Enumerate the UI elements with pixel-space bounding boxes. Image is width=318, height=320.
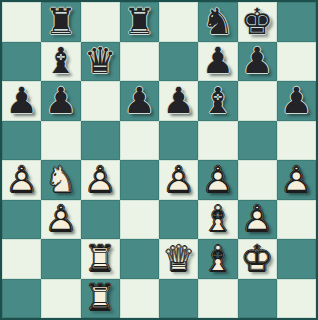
square-g5: [238, 121, 277, 161]
white-pawn: ♟♙: [238, 200, 277, 240]
square-h2: [277, 239, 316, 279]
square-g3: ♟♙: [238, 200, 277, 240]
square-h5: [277, 121, 316, 161]
square-b4: ♞♘: [41, 160, 80, 200]
square-c8: [81, 2, 120, 42]
square-h4: ♟♙: [277, 160, 316, 200]
square-h6: ♟: [277, 81, 316, 121]
square-f5: [198, 121, 237, 161]
black-pawn: ♟: [159, 81, 198, 121]
square-g2: ♚♔: [238, 239, 277, 279]
square-b8: ♜: [41, 2, 80, 42]
white-pawn: ♟♙: [81, 160, 120, 200]
white-bishop: ♝♗: [198, 200, 237, 240]
square-c2: ♜♖: [81, 239, 120, 279]
square-d1: [120, 279, 159, 319]
square-a3: [2, 200, 41, 240]
white-knight: ♞♘: [41, 160, 80, 200]
square-c4: ♟♙: [81, 160, 120, 200]
white-bishop: ♝♗: [198, 239, 237, 279]
square-f8: ♞: [198, 2, 237, 42]
square-b6: ♟: [41, 81, 80, 121]
square-h3: [277, 200, 316, 240]
square-b1: [41, 279, 80, 319]
black-rook: ♜: [120, 2, 159, 42]
square-g4: [238, 160, 277, 200]
black-pawn: ♟: [238, 42, 277, 82]
square-h8: [277, 2, 316, 42]
square-h7: [277, 42, 316, 82]
square-d3: [120, 200, 159, 240]
square-d6: ♟: [120, 81, 159, 121]
square-b7: ♝: [41, 42, 80, 82]
square-c5: [81, 121, 120, 161]
square-f4: ♟♙: [198, 160, 237, 200]
white-rook: ♜♖: [81, 279, 120, 319]
square-a7: [2, 42, 41, 82]
square-c7: ♛: [81, 42, 120, 82]
black-pawn: ♟: [41, 81, 80, 121]
square-e5: [159, 121, 198, 161]
white-pawn: ♟♙: [2, 160, 41, 200]
square-g7: ♟: [238, 42, 277, 82]
black-queen: ♛: [81, 42, 120, 82]
white-pawn: ♟♙: [198, 160, 237, 200]
square-f1: [198, 279, 237, 319]
square-f7: ♟: [198, 42, 237, 82]
square-c1: ♜♖: [81, 279, 120, 319]
square-e8: [159, 2, 198, 42]
black-knight: ♞: [198, 2, 237, 42]
square-e3: [159, 200, 198, 240]
square-f2: ♝♗: [198, 239, 237, 279]
square-a5: [2, 121, 41, 161]
black-bishop: ♝: [198, 81, 237, 121]
square-a1: [2, 279, 41, 319]
black-rook: ♜: [41, 2, 80, 42]
square-e6: ♟: [159, 81, 198, 121]
black-pawn: ♟: [198, 42, 237, 82]
square-a2: [2, 239, 41, 279]
square-b3: ♟♙: [41, 200, 80, 240]
square-a6: ♟: [2, 81, 41, 121]
white-king: ♚♔: [238, 239, 277, 279]
white-pawn: ♟♙: [277, 160, 316, 200]
black-pawn: ♟: [277, 81, 316, 121]
white-pawn: ♟♙: [159, 160, 198, 200]
square-d5: [120, 121, 159, 161]
square-g6: [238, 81, 277, 121]
square-b2: [41, 239, 80, 279]
square-d4: [120, 160, 159, 200]
square-e1: [159, 279, 198, 319]
square-c3: [81, 200, 120, 240]
square-d8: ♜: [120, 2, 159, 42]
white-queen: ♛♕: [159, 239, 198, 279]
square-g8: ♚: [238, 2, 277, 42]
square-e7: [159, 42, 198, 82]
black-pawn: ♟: [120, 81, 159, 121]
square-c6: [81, 81, 120, 121]
square-g1: [238, 279, 277, 319]
black-pawn: ♟: [2, 81, 41, 121]
square-d7: [120, 42, 159, 82]
chess-board-frame: ♜♜♞♚♝♛♟♟♟♟♟♟♝♟♟♙♞♘♟♙♟♙♟♙♟♙♟♙♝♗♟♙♜♖♛♕♝♗♚♔…: [0, 0, 318, 320]
square-d2: [120, 239, 159, 279]
square-b5: [41, 121, 80, 161]
square-e2: ♛♕: [159, 239, 198, 279]
black-bishop: ♝: [41, 42, 80, 82]
white-pawn: ♟♙: [41, 200, 80, 240]
square-f3: ♝♗: [198, 200, 237, 240]
square-f6: ♝: [198, 81, 237, 121]
black-king: ♚: [238, 2, 277, 42]
square-a8: [2, 2, 41, 42]
square-h1: [277, 279, 316, 319]
white-rook: ♜♖: [81, 239, 120, 279]
chess-board: ♜♜♞♚♝♛♟♟♟♟♟♟♝♟♟♙♞♘♟♙♟♙♟♙♟♙♟♙♝♗♟♙♜♖♛♕♝♗♚♔…: [2, 2, 316, 318]
square-a4: ♟♙: [2, 160, 41, 200]
square-e4: ♟♙: [159, 160, 198, 200]
